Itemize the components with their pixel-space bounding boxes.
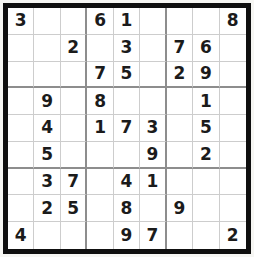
cell-r6c5[interactable] [114,142,140,169]
cell-r4c3[interactable] [61,88,87,115]
cell-r7c1[interactable] [8,169,34,196]
cell-r9c5[interactable]: 9 [114,222,140,249]
cell-r8c3[interactable]: 5 [61,195,87,222]
cell-r8c2[interactable]: 2 [34,195,60,222]
cell-r5c5[interactable]: 7 [114,115,140,142]
cell-r4c7[interactable] [167,88,193,115]
cell-r4c6[interactable] [140,88,166,115]
cell-r1c4[interactable]: 6 [87,8,113,35]
sudoku-board: 36182376752998141735592374125894972 [3,3,251,254]
cell-r6c7[interactable] [167,142,193,169]
cell-r2c5[interactable]: 3 [114,35,140,62]
cell-r3c3[interactable] [61,62,87,89]
cell-r7c3[interactable]: 7 [61,169,87,196]
cell-r6c8[interactable]: 2 [193,142,219,169]
cell-r3c1[interactable] [8,62,34,89]
cell-r8c9[interactable] [220,195,246,222]
cell-r8c4[interactable] [87,195,113,222]
cell-r2c1[interactable] [8,35,34,62]
cell-r2c6[interactable] [140,35,166,62]
cell-r2c3[interactable]: 2 [61,35,87,62]
cell-r9c4[interactable] [87,222,113,249]
cell-r1c6[interactable] [140,8,166,35]
cell-r3c6[interactable] [140,62,166,89]
cell-r5c6[interactable]: 3 [140,115,166,142]
cell-r5c9[interactable] [220,115,246,142]
cell-r9c6[interactable]: 7 [140,222,166,249]
cell-r8c5[interactable]: 8 [114,195,140,222]
cell-r7c2[interactable]: 3 [34,169,60,196]
cell-r4c9[interactable] [220,88,246,115]
sudoku-grid: 36182376752998141735592374125894972 [8,8,246,249]
cell-r9c2[interactable] [34,222,60,249]
cell-r9c1[interactable]: 4 [8,222,34,249]
cell-r2c8[interactable]: 6 [193,35,219,62]
cell-r3c5[interactable]: 5 [114,62,140,89]
cell-r2c9[interactable] [220,35,246,62]
cell-r3c9[interactable] [220,62,246,89]
cell-r7c6[interactable]: 1 [140,169,166,196]
cell-r7c4[interactable] [87,169,113,196]
cell-r7c5[interactable]: 4 [114,169,140,196]
cell-r3c4[interactable]: 7 [87,62,113,89]
cell-r7c7[interactable] [167,169,193,196]
cell-r4c1[interactable] [8,88,34,115]
cell-r2c2[interactable] [34,35,60,62]
cell-r8c1[interactable] [8,195,34,222]
cell-r9c7[interactable] [167,222,193,249]
cell-r4c2[interactable]: 9 [34,88,60,115]
cell-r1c7[interactable] [167,8,193,35]
cell-r3c7[interactable]: 2 [167,62,193,89]
cell-r5c7[interactable] [167,115,193,142]
cell-r4c8[interactable]: 1 [193,88,219,115]
cell-r6c3[interactable] [61,142,87,169]
cell-r5c8[interactable]: 5 [193,115,219,142]
cell-r4c5[interactable] [114,88,140,115]
cell-r9c9[interactable]: 2 [220,222,246,249]
cell-r9c3[interactable] [61,222,87,249]
cell-r1c8[interactable] [193,8,219,35]
cell-r6c2[interactable]: 5 [34,142,60,169]
cell-r2c7[interactable]: 7 [167,35,193,62]
cell-r1c2[interactable] [34,8,60,35]
cell-r7c8[interactable] [193,169,219,196]
cell-r6c6[interactable]: 9 [140,142,166,169]
cell-r5c4[interactable]: 1 [87,115,113,142]
cell-r1c1[interactable]: 3 [8,8,34,35]
cell-r1c5[interactable]: 1 [114,8,140,35]
cell-r5c2[interactable]: 4 [34,115,60,142]
cell-r8c8[interactable] [193,195,219,222]
cell-r4c4[interactable]: 8 [87,88,113,115]
cell-r5c3[interactable] [61,115,87,142]
cell-r6c4[interactable] [87,142,113,169]
cell-r6c1[interactable] [8,142,34,169]
cell-r7c9[interactable] [220,169,246,196]
cell-r9c8[interactable] [193,222,219,249]
cell-r8c6[interactable] [140,195,166,222]
cell-r8c7[interactable]: 9 [167,195,193,222]
cell-r1c9[interactable]: 8 [220,8,246,35]
cell-r3c8[interactable]: 9 [193,62,219,89]
cell-r6c9[interactable] [220,142,246,169]
cell-r5c1[interactable] [8,115,34,142]
cell-r3c2[interactable] [34,62,60,89]
cell-r1c3[interactable] [61,8,87,35]
cell-r2c4[interactable] [87,35,113,62]
